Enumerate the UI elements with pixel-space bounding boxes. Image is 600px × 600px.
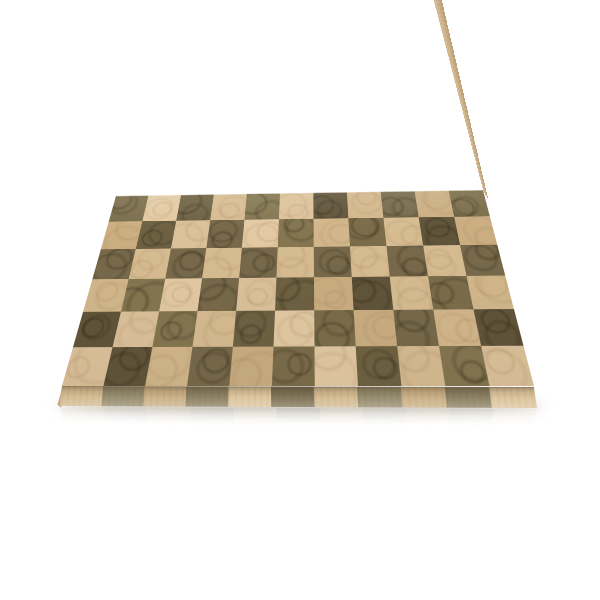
board-reflection xyxy=(60,407,537,430)
board-square xyxy=(242,219,279,247)
board-square xyxy=(275,277,314,310)
front-stripe-light xyxy=(60,386,103,406)
board-square xyxy=(314,218,350,247)
board-square xyxy=(129,249,171,279)
board-square xyxy=(202,248,242,279)
board-square xyxy=(466,275,513,309)
board-square xyxy=(236,278,276,311)
front-stripe-light xyxy=(401,387,447,408)
front-stripe-light xyxy=(60,407,107,428)
board-square xyxy=(276,247,314,278)
board-square xyxy=(274,310,315,346)
board-square xyxy=(460,245,505,276)
board-square xyxy=(136,221,176,249)
board-square xyxy=(314,277,354,310)
board-square xyxy=(390,276,434,310)
board-square xyxy=(176,194,214,220)
board-square xyxy=(386,246,428,277)
board-square xyxy=(272,346,315,386)
front-stripe-dark xyxy=(448,409,494,430)
board-square xyxy=(313,192,348,219)
board-front-face xyxy=(60,386,537,408)
front-stripe-light xyxy=(143,386,186,406)
board-square xyxy=(121,279,165,312)
front-stripe-light xyxy=(314,387,358,408)
front-stripe-light xyxy=(405,408,450,429)
board-square xyxy=(229,347,273,386)
board-square xyxy=(187,347,233,386)
board-square xyxy=(481,346,534,386)
front-stripe-dark xyxy=(190,408,234,429)
board-square xyxy=(348,218,386,247)
front-stripe-light xyxy=(228,386,271,407)
front-stripe-dark xyxy=(271,386,314,407)
front-stripe-light xyxy=(489,387,537,408)
front-stripe-dark xyxy=(277,408,320,429)
board-square xyxy=(454,216,497,245)
board-square xyxy=(279,193,314,219)
board-square xyxy=(354,310,398,346)
front-stripe-dark xyxy=(357,387,402,408)
board-square xyxy=(239,247,278,278)
board-square xyxy=(113,311,160,347)
front-stripe-dark xyxy=(103,407,149,428)
board-square xyxy=(233,311,275,347)
board-square xyxy=(415,191,455,218)
board-square xyxy=(473,309,523,346)
front-stripe-light xyxy=(490,409,537,430)
board-square xyxy=(159,278,202,311)
board-square xyxy=(350,246,390,277)
board-square xyxy=(352,277,394,311)
board-square xyxy=(210,194,247,220)
product-photo-scene xyxy=(0,0,600,600)
board-square xyxy=(356,346,402,386)
board-square xyxy=(142,195,181,221)
board-square xyxy=(145,347,192,386)
board-square xyxy=(192,311,236,347)
board-square xyxy=(314,310,355,346)
board-square xyxy=(383,217,423,246)
board-square xyxy=(423,245,466,276)
board-square xyxy=(165,248,206,279)
front-stripe-dark xyxy=(101,386,144,406)
board-square xyxy=(381,191,419,218)
board-square xyxy=(206,220,244,248)
board-square xyxy=(449,190,490,217)
board-square xyxy=(278,219,314,248)
board-square xyxy=(171,220,210,248)
board-square xyxy=(314,346,357,386)
board-square xyxy=(314,246,352,277)
board-square xyxy=(347,192,384,219)
board-square xyxy=(419,217,460,246)
front-stripe-light xyxy=(233,408,277,429)
front-stripe-dark xyxy=(362,408,406,429)
board-square xyxy=(152,311,197,347)
front-stripe-light xyxy=(147,407,192,428)
front-stripe-dark xyxy=(445,387,492,408)
board-square xyxy=(198,278,240,311)
board-square xyxy=(397,346,445,386)
board-square xyxy=(244,193,280,219)
game-board xyxy=(62,190,534,386)
board-square xyxy=(393,310,439,347)
front-stripe-dark xyxy=(186,386,229,406)
front-stripe-light xyxy=(320,408,364,429)
